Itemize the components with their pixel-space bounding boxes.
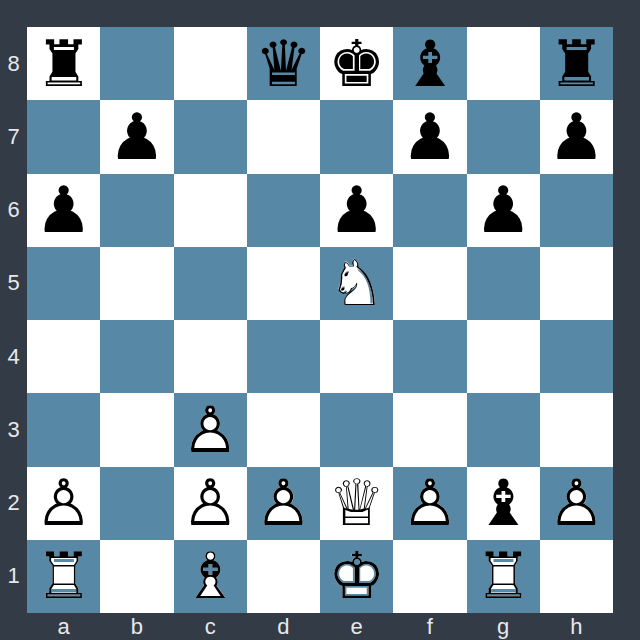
square-d7[interactable]: [247, 100, 320, 173]
rank-label-3: 3: [0, 393, 27, 466]
white-bishop-piece[interactable]: ♝♗: [174, 540, 247, 613]
black-pawn-piece[interactable]: ♟: [467, 174, 540, 247]
square-d1[interactable]: [247, 540, 320, 613]
rank-label-7: 7: [0, 100, 27, 173]
square-f3[interactable]: [393, 393, 466, 466]
piece-fill-glyph: ♝: [393, 27, 466, 100]
square-a1[interactable]: ♜♖: [27, 540, 100, 613]
rank-label-6: 6: [0, 174, 27, 247]
square-f5[interactable]: [393, 247, 466, 320]
piece-outline-glyph: ♙: [27, 467, 100, 540]
white-queen-piece[interactable]: ♛♕: [320, 467, 393, 540]
white-pawn-piece[interactable]: ♟♙: [27, 467, 100, 540]
piece-fill-glyph: ♟: [100, 100, 173, 173]
square-b8[interactable]: [100, 27, 173, 100]
rank-label-2: 2: [0, 467, 27, 540]
piece-fill-glyph: ♟: [540, 100, 613, 173]
square-c5[interactable]: [174, 247, 247, 320]
square-b6[interactable]: [100, 174, 173, 247]
file-label-d: d: [247, 613, 320, 640]
rank-labels: 87654321: [0, 27, 27, 613]
square-a7[interactable]: [27, 100, 100, 173]
square-f8[interactable]: ♝: [393, 27, 466, 100]
piece-outline-glyph: ♙: [393, 467, 466, 540]
piece-outline-glyph: ♗: [174, 540, 247, 613]
square-f1[interactable]: [393, 540, 466, 613]
black-pawn-piece[interactable]: ♟: [320, 174, 393, 247]
square-d8[interactable]: ♛: [247, 27, 320, 100]
square-h5[interactable]: [540, 247, 613, 320]
black-bishop-piece[interactable]: ♝: [393, 27, 466, 100]
square-g4[interactable]: [467, 320, 540, 393]
square-h2[interactable]: ♟♙: [540, 467, 613, 540]
square-a5[interactable]: [27, 247, 100, 320]
square-a4[interactable]: [27, 320, 100, 393]
white-pawn-piece[interactable]: ♟♙: [247, 467, 320, 540]
square-e8[interactable]: ♚: [320, 27, 393, 100]
square-g2[interactable]: ♝: [467, 467, 540, 540]
square-g1[interactable]: ♜♖: [467, 540, 540, 613]
square-f7[interactable]: ♟: [393, 100, 466, 173]
piece-fill-glyph: ♟: [27, 174, 100, 247]
square-h3[interactable]: [540, 393, 613, 466]
black-pawn-piece[interactable]: ♟: [27, 174, 100, 247]
square-d2[interactable]: ♟♙: [247, 467, 320, 540]
square-e4[interactable]: [320, 320, 393, 393]
square-b2[interactable]: [100, 467, 173, 540]
square-f6[interactable]: [393, 174, 466, 247]
white-pawn-piece[interactable]: ♟♙: [393, 467, 466, 540]
square-g3[interactable]: [467, 393, 540, 466]
file-label-b: b: [100, 613, 173, 640]
piece-outline-glyph: ♙: [174, 393, 247, 466]
square-g6[interactable]: ♟: [467, 174, 540, 247]
black-pawn-piece[interactable]: ♟: [393, 100, 466, 173]
black-rook-piece[interactable]: ♜: [27, 27, 100, 100]
black-queen-piece[interactable]: ♛: [247, 27, 320, 100]
piece-fill-glyph: ♟: [467, 174, 540, 247]
black-rook-piece[interactable]: ♜: [540, 27, 613, 100]
black-king-piece[interactable]: ♚: [320, 27, 393, 100]
square-d4[interactable]: [247, 320, 320, 393]
square-h6[interactable]: [540, 174, 613, 247]
square-a6[interactable]: ♟: [27, 174, 100, 247]
square-b3[interactable]: [100, 393, 173, 466]
rank-label-1: 1: [0, 540, 27, 613]
white-knight-piece[interactable]: ♞♘: [320, 247, 393, 320]
square-c7[interactable]: [174, 100, 247, 173]
file-label-e: e: [320, 613, 393, 640]
square-e6[interactable]: ♟: [320, 174, 393, 247]
chess-board: ♜♛♚♝♜♟♟♟♟♟♟♞♘♟♙♟♙♟♙♟♙♛♕♟♙♝♟♙♜♖♝♗♚♔♜♖: [27, 27, 613, 613]
square-e3[interactable]: [320, 393, 393, 466]
piece-outline-glyph: ♕: [320, 467, 393, 540]
square-c4[interactable]: [174, 320, 247, 393]
square-g7[interactable]: [467, 100, 540, 173]
square-h1[interactable]: [540, 540, 613, 613]
black-pawn-piece[interactable]: ♟: [100, 100, 173, 173]
square-h4[interactable]: [540, 320, 613, 393]
square-e2[interactable]: ♛♕: [320, 467, 393, 540]
square-b1[interactable]: [100, 540, 173, 613]
rank-label-8: 8: [0, 27, 27, 100]
square-b7[interactable]: ♟: [100, 100, 173, 173]
piece-outline-glyph: ♙: [174, 467, 247, 540]
piece-fill-glyph: ♟: [393, 100, 466, 173]
square-d3[interactable]: [247, 393, 320, 466]
piece-outline-glyph: ♙: [540, 467, 613, 540]
square-f4[interactable]: [393, 320, 466, 393]
white-pawn-piece[interactable]: ♟♙: [174, 393, 247, 466]
square-e7[interactable]: [320, 100, 393, 173]
square-a8[interactable]: ♜: [27, 27, 100, 100]
piece-fill-glyph: ♝: [467, 467, 540, 540]
piece-outline-glyph: ♖: [27, 540, 100, 613]
file-label-h: h: [540, 613, 613, 640]
white-rook-piece[interactable]: ♜♖: [27, 540, 100, 613]
white-pawn-piece[interactable]: ♟♙: [540, 467, 613, 540]
file-label-f: f: [393, 613, 466, 640]
square-g8[interactable]: [467, 27, 540, 100]
rank-label-4: 4: [0, 320, 27, 393]
square-c1[interactable]: ♝♗: [174, 540, 247, 613]
square-h7[interactable]: ♟: [540, 100, 613, 173]
black-bishop-piece[interactable]: ♝: [467, 467, 540, 540]
file-label-a: a: [27, 613, 100, 640]
piece-fill-glyph: ♜: [540, 27, 613, 100]
square-a2[interactable]: ♟♙: [27, 467, 100, 540]
square-b4[interactable]: [100, 320, 173, 393]
square-d6[interactable]: [247, 174, 320, 247]
white-king-piece[interactable]: ♚♔: [320, 540, 393, 613]
file-label-g: g: [467, 613, 540, 640]
white-pawn-piece[interactable]: ♟♙: [174, 467, 247, 540]
square-b5[interactable]: [100, 247, 173, 320]
black-pawn-piece[interactable]: ♟: [540, 100, 613, 173]
piece-outline-glyph: ♖: [467, 540, 540, 613]
square-c6[interactable]: [174, 174, 247, 247]
white-rook-piece[interactable]: ♜♖: [467, 540, 540, 613]
rank-label-5: 5: [0, 247, 27, 320]
square-c3[interactable]: ♟♙: [174, 393, 247, 466]
square-c2[interactable]: ♟♙: [174, 467, 247, 540]
square-e1[interactable]: ♚♔: [320, 540, 393, 613]
piece-fill-glyph: ♟: [320, 174, 393, 247]
file-labels: abcdefgh: [27, 613, 613, 640]
piece-fill-glyph: ♜: [27, 27, 100, 100]
square-h8[interactable]: ♜: [540, 27, 613, 100]
file-label-c: c: [174, 613, 247, 640]
piece-outline-glyph: ♔: [320, 540, 393, 613]
piece-outline-glyph: ♙: [247, 467, 320, 540]
square-f2[interactable]: ♟♙: [393, 467, 466, 540]
square-a3[interactable]: [27, 393, 100, 466]
square-g5[interactable]: [467, 247, 540, 320]
piece-outline-glyph: ♘: [320, 247, 393, 320]
square-e5[interactable]: ♞♘: [320, 247, 393, 320]
piece-fill-glyph: ♚: [320, 27, 393, 100]
square-c8[interactable]: [174, 27, 247, 100]
piece-fill-glyph: ♛: [247, 27, 320, 100]
square-d5[interactable]: [247, 247, 320, 320]
